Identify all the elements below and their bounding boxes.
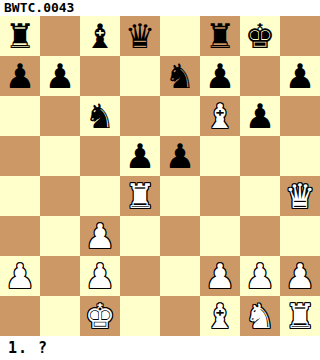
piece-black-pawn: ♟	[125, 136, 155, 176]
square-h6[interactable]	[280, 96, 320, 136]
square-c2[interactable]: ♟	[80, 256, 120, 296]
square-f6[interactable]: ♝	[200, 96, 240, 136]
square-d5[interactable]: ♟	[120, 136, 160, 176]
square-f2[interactable]: ♟	[200, 256, 240, 296]
square-g7[interactable]	[240, 56, 280, 96]
square-d6[interactable]	[120, 96, 160, 136]
piece-white-pawn: ♟	[285, 256, 315, 296]
square-e6[interactable]	[160, 96, 200, 136]
square-f7[interactable]: ♟	[200, 56, 240, 96]
square-d1[interactable]	[120, 296, 160, 336]
piece-black-pawn: ♟	[245, 96, 275, 136]
square-f5[interactable]	[200, 136, 240, 176]
square-d3[interactable]	[120, 216, 160, 256]
square-d8[interactable]: ♛	[120, 16, 160, 56]
square-c3[interactable]: ♟	[80, 216, 120, 256]
square-b6[interactable]	[40, 96, 80, 136]
square-a6[interactable]	[0, 96, 40, 136]
piece-white-knight: ♞	[245, 296, 275, 336]
square-c5[interactable]	[80, 136, 120, 176]
square-g3[interactable]	[240, 216, 280, 256]
move-bar: 1. ?	[0, 336, 320, 360]
square-g8[interactable]: ♚	[240, 16, 280, 56]
square-b2[interactable]	[40, 256, 80, 296]
square-c7[interactable]	[80, 56, 120, 96]
square-e5[interactable]: ♟	[160, 136, 200, 176]
square-e3[interactable]	[160, 216, 200, 256]
piece-white-pawn: ♟	[245, 256, 275, 296]
piece-black-knight: ♞	[165, 56, 195, 96]
square-g4[interactable]	[240, 176, 280, 216]
square-a1[interactable]	[0, 296, 40, 336]
square-g2[interactable]: ♟	[240, 256, 280, 296]
square-h4[interactable]: ♛	[280, 176, 320, 216]
piece-white-bishop: ♝	[205, 96, 235, 136]
square-b5[interactable]	[40, 136, 80, 176]
piece-black-queen: ♛	[125, 16, 155, 56]
title-bar: BWTC.0043	[0, 0, 320, 16]
square-e4[interactable]	[160, 176, 200, 216]
piece-white-king: ♚	[85, 296, 115, 336]
square-e2[interactable]	[160, 256, 200, 296]
square-a4[interactable]	[0, 176, 40, 216]
square-d4[interactable]: ♜	[120, 176, 160, 216]
puzzle-id: BWTC.0043	[0, 0, 74, 16]
piece-white-pawn: ♟	[205, 256, 235, 296]
square-b8[interactable]	[40, 16, 80, 56]
piece-black-pawn: ♟	[165, 136, 195, 176]
square-f4[interactable]	[200, 176, 240, 216]
square-b1[interactable]	[40, 296, 80, 336]
square-b3[interactable]	[40, 216, 80, 256]
square-a8[interactable]: ♜	[0, 16, 40, 56]
chess-app-window: BWTC.0043 ♜♝♛♜♚♟♟♞♟♟♞♝♟♟♟♜♛♟♟♟♟♟♟♚♝♞♜ 1.…	[0, 0, 320, 360]
square-b4[interactable]	[40, 176, 80, 216]
square-e8[interactable]	[160, 16, 200, 56]
piece-white-queen: ♛	[285, 176, 315, 216]
square-g1[interactable]: ♞	[240, 296, 280, 336]
square-g6[interactable]: ♟	[240, 96, 280, 136]
piece-white-pawn: ♟	[85, 216, 115, 256]
chess-board: ♜♝♛♜♚♟♟♞♟♟♞♝♟♟♟♜♛♟♟♟♟♟♟♚♝♞♜	[0, 16, 320, 336]
square-h2[interactable]: ♟	[280, 256, 320, 296]
piece-black-pawn: ♟	[205, 56, 235, 96]
square-h8[interactable]	[280, 16, 320, 56]
square-b7[interactable]: ♟	[40, 56, 80, 96]
piece-white-pawn: ♟	[5, 256, 35, 296]
piece-black-king: ♚	[245, 16, 275, 56]
piece-black-rook: ♜	[5, 16, 35, 56]
square-e7[interactable]: ♞	[160, 56, 200, 96]
square-a5[interactable]	[0, 136, 40, 176]
move-prompt: 1. ?	[0, 339, 48, 357]
square-h1[interactable]: ♜	[280, 296, 320, 336]
piece-black-pawn: ♟	[45, 56, 75, 96]
piece-white-bishop: ♝	[205, 296, 235, 336]
square-d2[interactable]	[120, 256, 160, 296]
square-h3[interactable]	[280, 216, 320, 256]
square-f8[interactable]: ♜	[200, 16, 240, 56]
square-c8[interactable]: ♝	[80, 16, 120, 56]
piece-black-pawn: ♟	[285, 56, 315, 96]
piece-black-rook: ♜	[205, 16, 235, 56]
piece-white-rook: ♜	[285, 296, 315, 336]
square-c4[interactable]	[80, 176, 120, 216]
piece-black-bishop: ♝	[85, 16, 115, 56]
square-h5[interactable]	[280, 136, 320, 176]
square-g5[interactable]	[240, 136, 280, 176]
piece-white-rook: ♜	[125, 176, 155, 216]
square-a3[interactable]	[0, 216, 40, 256]
square-d7[interactable]	[120, 56, 160, 96]
square-e1[interactable]	[160, 296, 200, 336]
square-f1[interactable]: ♝	[200, 296, 240, 336]
square-c6[interactable]: ♞	[80, 96, 120, 136]
piece-black-knight: ♞	[85, 96, 115, 136]
piece-white-pawn: ♟	[85, 256, 115, 296]
square-a7[interactable]: ♟	[0, 56, 40, 96]
square-c1[interactable]: ♚	[80, 296, 120, 336]
piece-black-pawn: ♟	[5, 56, 35, 96]
square-f3[interactable]	[200, 216, 240, 256]
square-h7[interactable]: ♟	[280, 56, 320, 96]
square-a2[interactable]: ♟	[0, 256, 40, 296]
